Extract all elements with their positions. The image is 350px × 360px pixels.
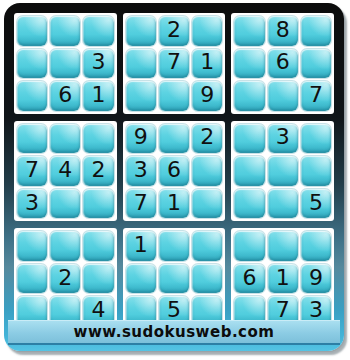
cell-r8c4[interactable] <box>126 264 156 294</box>
cell-r7c5[interactable] <box>159 231 189 261</box>
digit: 1 <box>276 267 290 289</box>
cell-r6c4[interactable]: 7 <box>126 189 156 219</box>
digit: 6 <box>167 159 181 181</box>
sudoku-frame: 3612719867742392367135241561973 www.sudo… <box>4 3 344 351</box>
cell-r1c5[interactable]: 2 <box>159 16 189 46</box>
cell-r2c4[interactable] <box>126 49 156 79</box>
digit: 1 <box>92 84 106 106</box>
digit: 1 <box>167 192 181 214</box>
cell-r2c2[interactable] <box>50 49 80 79</box>
digit: 7 <box>167 51 181 73</box>
cell-r8c5[interactable] <box>159 264 189 294</box>
cell-r3c3[interactable]: 1 <box>83 81 113 111</box>
digit: 7 <box>309 84 323 106</box>
cell-r7c6[interactable] <box>192 231 222 261</box>
cell-r1c8[interactable]: 8 <box>268 16 298 46</box>
box-r2c3: 35 <box>231 121 334 222</box>
cell-r5c1[interactable]: 7 <box>17 156 47 186</box>
cell-r2c6[interactable]: 1 <box>192 49 222 79</box>
cell-r5c6[interactable] <box>192 156 222 186</box>
cell-r3c8[interactable] <box>268 81 298 111</box>
cell-r8c2[interactable]: 2 <box>50 264 80 294</box>
digit: 9 <box>134 126 148 148</box>
cell-r7c8[interactable] <box>268 231 298 261</box>
cell-r1c9[interactable] <box>301 16 331 46</box>
cell-r1c6[interactable] <box>192 16 222 46</box>
box-r2c1: 7423 <box>14 121 117 222</box>
cell-r6c9[interactable]: 5 <box>301 189 331 219</box>
cell-r8c3[interactable] <box>83 264 113 294</box>
sudoku-screenshot: 3612719867742392367135241561973 www.sudo… <box>0 0 350 360</box>
box-r1c2: 2719 <box>123 13 226 114</box>
digit: 4 <box>58 159 72 181</box>
digit: 5 <box>167 299 181 321</box>
cell-r5c7[interactable] <box>234 156 264 186</box>
digit: 2 <box>200 126 214 148</box>
box-r3c3: 61973 <box>231 228 334 329</box>
digit: 5 <box>309 192 323 214</box>
digit: 3 <box>92 51 106 73</box>
sudoku-board: 3612719867742392367135241561973 <box>14 13 334 329</box>
digit: 7 <box>134 192 148 214</box>
cell-r1c2[interactable] <box>50 16 80 46</box>
digit: 4 <box>92 299 106 321</box>
cell-r4c2[interactable] <box>50 124 80 154</box>
digit: 1 <box>134 234 148 256</box>
cell-r7c9[interactable] <box>301 231 331 261</box>
box-r3c2: 15 <box>123 228 226 329</box>
cell-r7c1[interactable] <box>17 231 47 261</box>
cell-r1c3[interactable] <box>83 16 113 46</box>
cell-r4c6[interactable]: 2 <box>192 124 222 154</box>
digit: 3 <box>276 126 290 148</box>
cell-r2c8[interactable]: 6 <box>268 49 298 79</box>
cell-r3c1[interactable] <box>17 81 47 111</box>
cell-r8c8[interactable]: 1 <box>268 264 298 294</box>
cell-r8c6[interactable] <box>192 264 222 294</box>
digit: 3 <box>25 192 39 214</box>
cell-r3c7[interactable] <box>234 81 264 111</box>
cell-r4c7[interactable] <box>234 124 264 154</box>
cell-r8c7[interactable]: 6 <box>234 264 264 294</box>
cell-r2c9[interactable] <box>301 49 331 79</box>
site-url-label: www.sudokusweb.com <box>74 323 275 341</box>
box-r3c1: 24 <box>14 228 117 329</box>
cell-r6c1[interactable]: 3 <box>17 189 47 219</box>
cell-r5c2[interactable]: 4 <box>50 156 80 186</box>
cell-r6c5[interactable]: 1 <box>159 189 189 219</box>
digit: 9 <box>200 84 214 106</box>
digit: 3 <box>134 159 148 181</box>
cell-r4c3[interactable] <box>83 124 113 154</box>
cell-r7c3[interactable] <box>83 231 113 261</box>
cell-r4c4[interactable]: 9 <box>126 124 156 154</box>
cell-r3c9[interactable]: 7 <box>301 81 331 111</box>
digit: 7 <box>276 299 290 321</box>
cell-r4c8[interactable]: 3 <box>268 124 298 154</box>
cell-r7c7[interactable] <box>234 231 264 261</box>
cell-r2c5[interactable]: 7 <box>159 49 189 79</box>
cell-r7c2[interactable] <box>50 231 80 261</box>
cell-r3c5[interactable] <box>159 81 189 111</box>
cell-r3c4[interactable] <box>126 81 156 111</box>
footer-band: www.sudokusweb.com <box>8 320 340 345</box>
cell-r4c9[interactable] <box>301 124 331 154</box>
cell-r1c7[interactable] <box>234 16 264 46</box>
cell-r5c9[interactable] <box>301 156 331 186</box>
cell-r7c4[interactable]: 1 <box>126 231 156 261</box>
cell-r5c8[interactable] <box>268 156 298 186</box>
cell-r2c7[interactable] <box>234 49 264 79</box>
digit: 7 <box>25 159 39 181</box>
cell-r6c3[interactable] <box>83 189 113 219</box>
digit: 1 <box>200 51 214 73</box>
cell-r2c1[interactable] <box>17 49 47 79</box>
digit: 6 <box>242 267 256 289</box>
cell-r5c4[interactable]: 3 <box>126 156 156 186</box>
cell-r6c7[interactable] <box>234 189 264 219</box>
box-r1c1: 361 <box>14 13 117 114</box>
cell-r5c3[interactable]: 2 <box>83 156 113 186</box>
digit: 6 <box>58 84 72 106</box>
cell-r1c4[interactable] <box>126 16 156 46</box>
digit: 3 <box>309 299 323 321</box>
cell-r6c2[interactable] <box>50 189 80 219</box>
cell-r1c1[interactable] <box>17 16 47 46</box>
cell-r6c6[interactable] <box>192 189 222 219</box>
cell-r3c2[interactable]: 6 <box>50 81 80 111</box>
cell-r4c5[interactable] <box>159 124 189 154</box>
digit: 9 <box>309 267 323 289</box>
cell-r2c3[interactable]: 3 <box>83 49 113 79</box>
digit: 2 <box>58 267 72 289</box>
cell-r6c8[interactable] <box>268 189 298 219</box>
box-r1c3: 867 <box>231 13 334 114</box>
cell-r8c9[interactable]: 9 <box>301 264 331 294</box>
cell-r8c1[interactable] <box>17 264 47 294</box>
cell-r5c5[interactable]: 6 <box>159 156 189 186</box>
digit: 2 <box>167 19 181 41</box>
digit: 2 <box>92 159 106 181</box>
cell-r4c1[interactable] <box>17 124 47 154</box>
digit: 8 <box>276 19 290 41</box>
box-r2c2: 923671 <box>123 121 226 222</box>
cell-r3c6[interactable]: 9 <box>192 81 222 111</box>
digit: 6 <box>276 51 290 73</box>
